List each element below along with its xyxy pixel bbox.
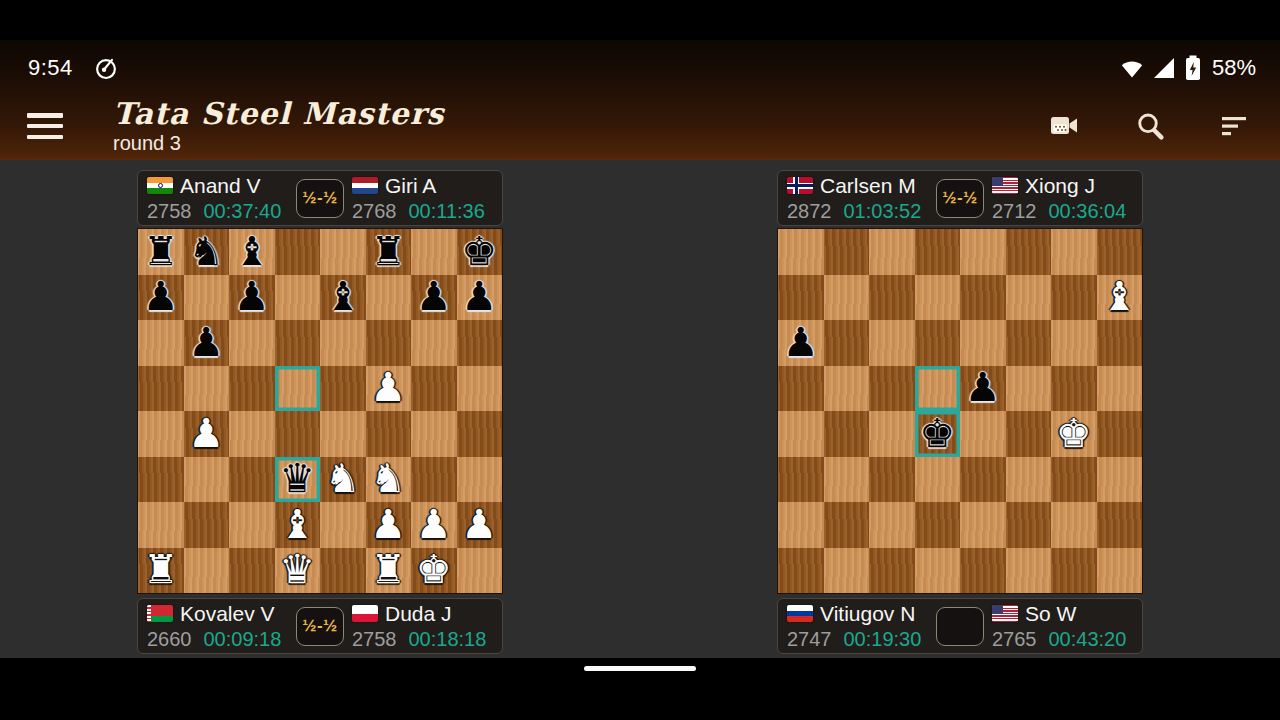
square-a5 [778,366,824,412]
square-g8 [411,229,457,275]
square-h8: ♚ [457,229,503,275]
square-d3 [915,457,961,503]
square-h4 [1097,411,1143,457]
square-d3: ♛ [275,457,321,503]
black-knight: ♞ [188,231,224,271]
square-g8 [1051,229,1097,275]
white-knight: ♞ [370,458,406,498]
square-b4: ♟ [184,411,230,457]
cellular-signal-icon [1152,56,1176,80]
square-h6 [457,320,503,366]
black-clock: 00:43:20 [1049,628,1127,651]
wifi-icon [1119,56,1145,80]
square-f2 [1006,502,1052,548]
square-d5 [275,366,321,412]
square-h5 [1097,366,1143,412]
square-c8 [869,229,915,275]
white-player-name: Carlsen M [820,174,916,198]
square-d1: ♛ [275,548,321,594]
square-b4 [824,411,870,457]
black-king: ♚ [461,231,497,271]
square-g7: ♟ [411,275,457,321]
white-pawn: ♟ [370,504,406,544]
white-queen: ♛ [279,549,315,589]
square-d7 [275,275,321,321]
square-e2 [960,502,1006,548]
status-bar: 9:54 58% [0,48,1280,88]
square-f5 [1006,366,1052,412]
square-b8 [824,229,870,275]
square-c2 [229,502,275,548]
result-badge: ½-½ [936,179,984,218]
menu-button[interactable] [27,113,63,139]
white-clock: 00:09:18 [204,628,282,651]
square-e4 [320,411,366,457]
square-d8 [275,229,321,275]
square-c2 [869,502,915,548]
square-a7 [778,275,824,321]
black-clock: 00:18:18 [409,628,487,651]
square-g1: ♚ [411,548,457,594]
white-bishop: ♝ [1101,276,1137,316]
square-f6 [1006,320,1052,366]
black-bishop: ♝ [234,231,270,271]
white-rook: ♜ [143,549,179,589]
black-pawn: ♟ [234,276,270,316]
square-c1 [229,548,275,594]
result-badge: ½-½ [296,179,344,218]
games-column-right: Carlsen M 2872 01:03:52 ½-½ Xiong J [777,170,1143,658]
square-a3 [138,457,184,503]
flag-icon [787,177,813,194]
square-a2 [778,502,824,548]
square-h2: ♟ [457,502,503,548]
games-list: Anand V 2758 00:37:40 ½-½ Giri A [0,160,1280,658]
white-clock: 00:19:30 [844,628,922,651]
square-b1 [184,548,230,594]
white-bishop: ♝ [279,504,315,544]
square-f8: ♜ [366,229,412,275]
menu-icon [27,113,63,118]
square-g5 [411,366,457,412]
square-h3 [457,457,503,503]
black-clock: 00:11:36 [409,200,485,223]
white-rating: 2872 [787,200,832,223]
white-pawn: ♟ [461,504,497,544]
black-pawn: ♟ [143,276,179,316]
square-f4 [1006,411,1052,457]
square-d8 [915,229,961,275]
flag-icon [992,177,1018,194]
battery-percent: 58% [1212,55,1256,81]
square-b5 [824,366,870,412]
square-e6 [320,320,366,366]
square-c6 [229,320,275,366]
square-e5 [320,366,366,412]
black-rating: 2712 [992,200,1037,223]
round-subtitle: round 3 [113,133,444,154]
sort-icon [1218,112,1250,140]
square-h5 [457,366,503,412]
black-pawn: ♟ [783,322,819,362]
square-g3 [411,457,457,503]
square-d5 [915,366,961,412]
result-badge: ½-½ [296,607,344,646]
black-pawn: ♟ [461,276,497,316]
game-header-anand-giri[interactable]: Anand V 2758 00:37:40 ½-½ Giri A [137,170,503,226]
square-a1 [778,548,824,594]
square-c8: ♝ [229,229,275,275]
games-column-left: Anand V 2758 00:37:40 ½-½ Giri A [137,170,503,658]
square-a2 [138,502,184,548]
square-d4 [275,411,321,457]
white-player-name: Kovalev V [180,602,275,626]
black-rook: ♜ [143,231,179,271]
square-f6 [366,320,412,366]
square-g7 [1051,275,1097,321]
app-bar: Tata Steel Masters round 3 [0,92,1280,160]
square-b5 [184,366,230,412]
square-f1 [1006,548,1052,594]
square-a5 [138,366,184,412]
square-a7: ♟ [138,275,184,321]
square-b6: ♟ [184,320,230,366]
video-camera-icon [1048,111,1082,141]
square-f7 [366,275,412,321]
square-f3 [1006,457,1052,503]
square-g3 [1051,457,1097,503]
square-h3 [1097,457,1143,503]
white-player-name: Vitiugov N [820,602,915,626]
square-b3 [184,457,230,503]
white-king: ♚ [416,549,452,589]
square-b1 [824,548,870,594]
game-header-kovalev-duda[interactable]: Kovalev V 2660 00:09:18 ½-½ Duda J [137,598,503,654]
black-rating: 2768 [352,200,397,223]
battery-charging-icon [1183,54,1203,82]
square-g6 [411,320,457,366]
black-rating: 2765 [992,628,1037,651]
white-clock: 01:03:52 [844,200,922,223]
square-a8: ♜ [138,229,184,275]
square-d7 [915,275,961,321]
status-time: 9:54 [28,55,73,81]
square-e8 [320,229,366,275]
square-c6 [869,320,915,366]
square-e6 [960,320,1006,366]
square-h4 [457,411,503,457]
square-g4: ♚ [1051,411,1097,457]
black-clock: 00:36:04 [1049,200,1127,223]
black-pawn: ♟ [416,276,452,316]
square-d1 [915,548,961,594]
square-d4: ♚ [915,411,961,457]
black-player-name: Giri A [385,174,436,198]
square-b7 [824,275,870,321]
square-h1 [457,548,503,594]
data-saver-icon [93,55,119,81]
square-d2 [915,502,961,548]
black-rook: ♜ [370,231,406,271]
flag-icon [147,177,173,194]
sort-button[interactable] [1218,112,1250,140]
square-h7: ♝ [1097,275,1143,321]
white-pawn: ♟ [370,367,406,407]
black-player-name: So W [1025,602,1076,626]
flag-icon [352,605,378,622]
square-e2 [320,502,366,548]
square-e3: ♞ [320,457,366,503]
square-c7: ♟ [229,275,275,321]
square-g2: ♟ [411,502,457,548]
square-h7: ♟ [457,275,503,321]
android-nav-bar [0,658,1280,720]
square-e5: ♟ [960,366,1006,412]
video-camera-button[interactable] [1048,111,1082,141]
square-g5 [1051,366,1097,412]
search-icon [1134,110,1166,142]
flag-icon [992,605,1018,622]
square-g4 [411,411,457,457]
square-e7 [960,275,1006,321]
flag-icon [352,177,378,194]
square-f5: ♟ [366,366,412,412]
square-h2 [1097,502,1143,548]
square-a6 [138,320,184,366]
status-icons: 58% [1119,54,1256,82]
white-rook: ♜ [370,549,406,589]
black-king: ♚ [919,413,955,453]
square-d6 [275,320,321,366]
square-b8: ♞ [184,229,230,275]
square-d2: ♝ [275,502,321,548]
square-b2 [184,502,230,548]
square-h8 [1097,229,1143,275]
square-h1 [1097,548,1143,594]
square-c3 [869,457,915,503]
square-d6 [915,320,961,366]
square-g1 [1051,548,1097,594]
square-f2: ♟ [366,502,412,548]
square-e8 [960,229,1006,275]
home-pill[interactable] [584,666,696,671]
white-rating: 2758 [147,200,192,223]
square-f4 [366,411,412,457]
search-button[interactable] [1134,110,1166,142]
square-b6 [824,320,870,366]
black-rating: 2758 [352,628,397,651]
white-pawn: ♟ [416,504,452,544]
flag-icon [147,605,173,622]
square-f1: ♜ [366,548,412,594]
square-c5 [869,366,915,412]
screen: 9:54 58% [0,0,1280,720]
square-a6: ♟ [778,320,824,366]
white-rating: 2747 [787,628,832,651]
square-f8 [1006,229,1052,275]
game-header-vitiugov-so[interactable]: Vitiugov N 2747 00:19:30 So W [777,598,1143,654]
square-b2 [824,502,870,548]
white-knight: ♞ [325,458,361,498]
square-c3 [229,457,275,503]
white-rating: 2660 [147,628,192,651]
black-player-name: Xiong J [1025,174,1095,198]
square-e3 [960,457,1006,503]
square-b3 [824,457,870,503]
square-e4 [960,411,1006,457]
game-header-carlsen-xiong[interactable]: Carlsen M 2872 01:03:52 ½-½ Xiong J [777,170,1143,226]
square-f3: ♞ [366,457,412,503]
square-a8 [778,229,824,275]
white-player-name: Anand V [180,174,261,198]
square-e1 [320,548,366,594]
flag-icon [787,605,813,622]
square-e1 [960,548,1006,594]
square-e7: ♝ [320,275,366,321]
square-c1 [869,548,915,594]
square-c4 [869,411,915,457]
white-clock: 00:37:40 [204,200,282,223]
app-header: 9:54 58% [0,40,1280,160]
white-king: ♚ [1056,413,1092,453]
square-h6 [1097,320,1143,366]
black-player-name: Duda J [385,602,452,626]
page-title: Tata Steel Masters [113,98,444,130]
black-pawn: ♟ [965,367,1001,407]
black-bishop: ♝ [325,276,361,316]
black-queen: ♛ [279,458,315,498]
square-b7 [184,275,230,321]
square-a4 [138,411,184,457]
square-c4 [229,411,275,457]
square-c5 [229,366,275,412]
chess-board-left[interactable]: ♜♞♝♜♚♟♟♝♟♟♟♟♟♛♞♞♝♟♟♟♜♛♜♚ [137,228,503,594]
chess-board-right[interactable]: ♝♟♟♚♚ [777,228,1143,594]
black-pawn: ♟ [188,322,224,362]
square-f7 [1006,275,1052,321]
square-a1: ♜ [138,548,184,594]
square-g6 [1051,320,1097,366]
result-badge [936,607,984,646]
white-pawn: ♟ [188,413,224,453]
square-c7 [869,275,915,321]
square-a3 [778,457,824,503]
square-g2 [1051,502,1097,548]
square-a4 [778,411,824,457]
